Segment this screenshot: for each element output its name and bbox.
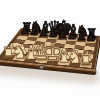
pieces-layer: ♜♞♝♛♚♝♞♜♟♟♟♟♟♟♟♟♟♟♟♟♟♟♟♟♜♞♝♛♚♝♞♜	[0, 0, 100, 100]
piece-black-pawn[interactable]: ♟	[86, 32, 97, 44]
chess-set-photo: ♜♞♝♛♚♝♞♜♟♟♟♟♟♟♟♟♟♟♟♟♟♟♟♟♜♞♝♛♚♝♞♜	[0, 0, 100, 100]
piece-white-rook[interactable]: ♜	[79, 52, 93, 68]
